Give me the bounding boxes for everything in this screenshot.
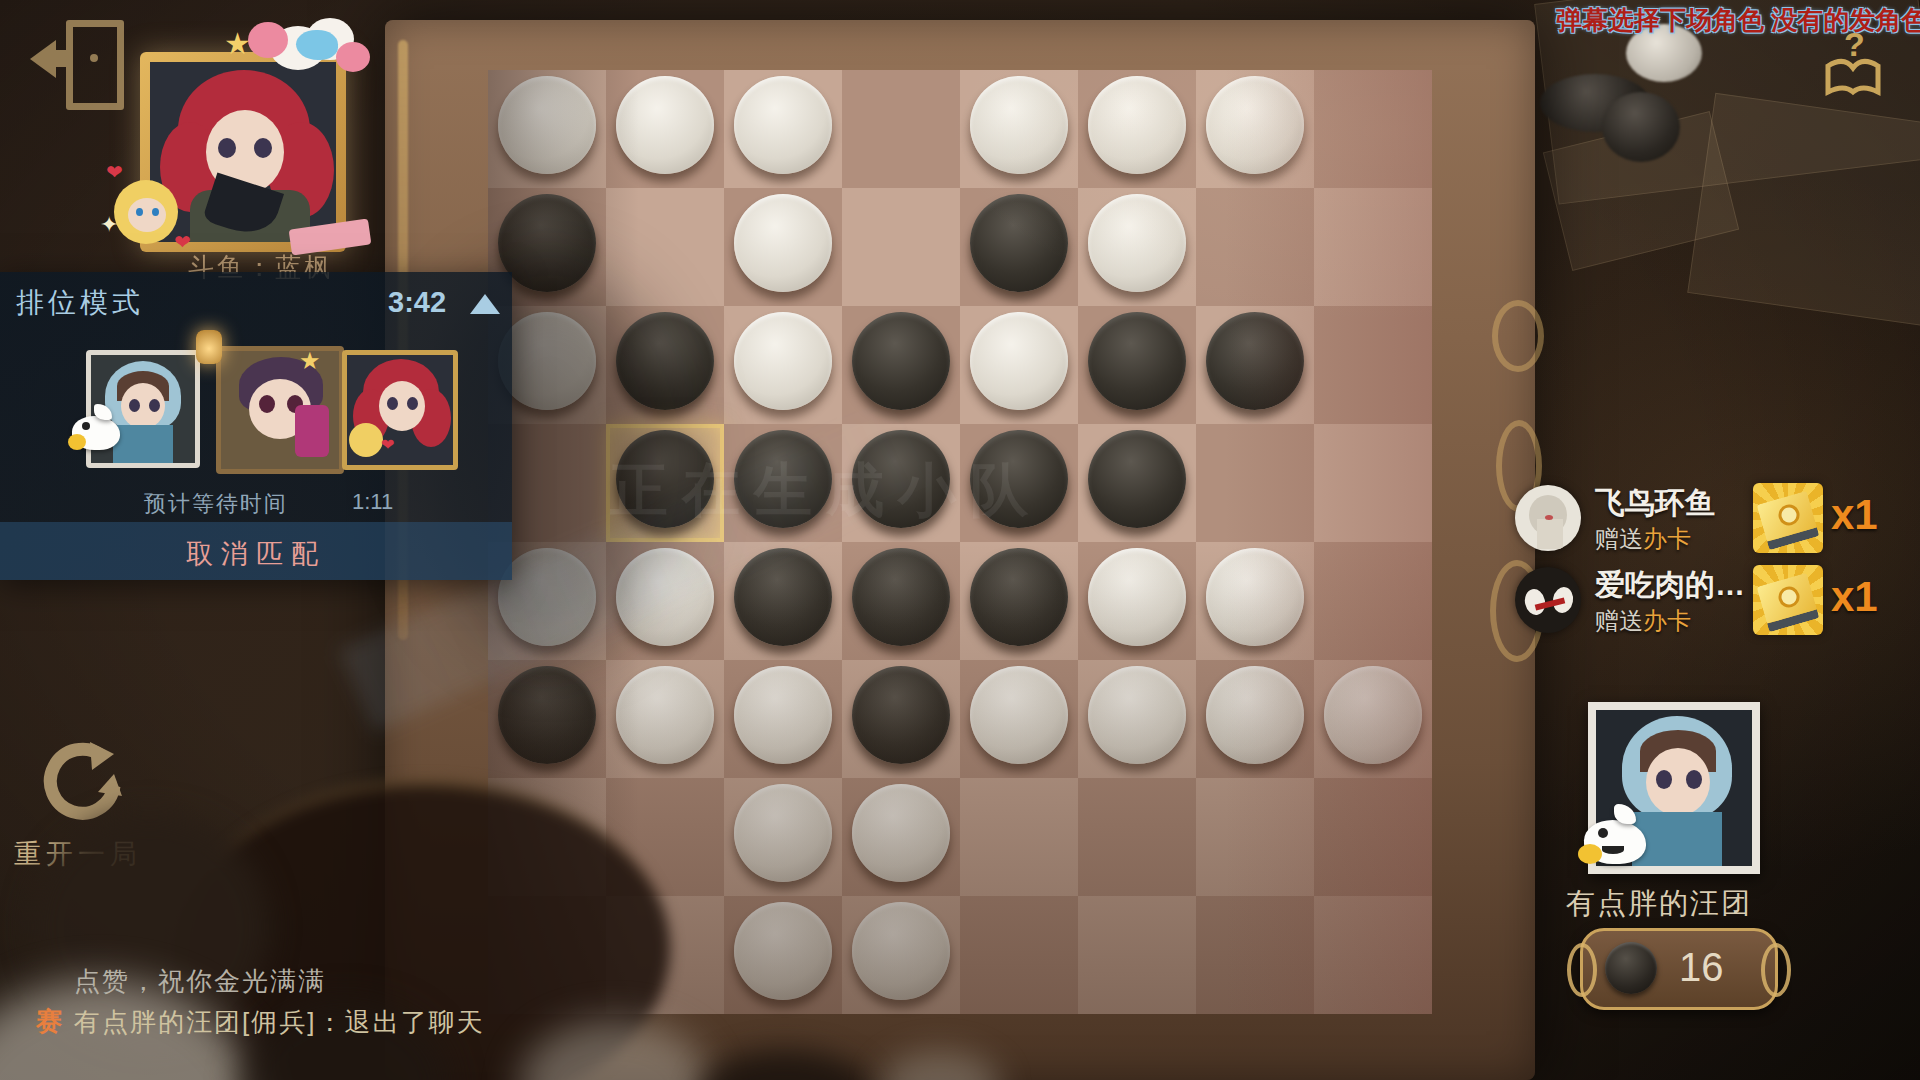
board-cell-e8[interactable] [960, 896, 1078, 1014]
white-stone [1324, 666, 1422, 764]
board-cell-e2[interactable] [960, 188, 1078, 306]
rules-book-icon[interactable]: ? [1822, 26, 1884, 106]
gift-count: x1 [1831, 573, 1878, 621]
white-stone [1206, 666, 1304, 764]
collapse-panel-arrow-icon[interactable] [470, 294, 500, 314]
board-cell-d8[interactable] [842, 896, 960, 1014]
white-stone [1088, 548, 1186, 646]
avatar-decoration-star: ★ [224, 26, 251, 61]
black-stone [852, 666, 950, 764]
desk-black-stone [1602, 92, 1680, 162]
gift-count: x1 [1831, 491, 1878, 539]
white-stone [616, 76, 714, 174]
stream-watermark: 正在生成小队 [610, 452, 1042, 530]
board-cell-e1[interactable] [960, 70, 1078, 188]
white-stone [970, 666, 1068, 764]
black-stone [1088, 312, 1186, 410]
gifter-name: 爱吃肉的… [1595, 565, 1745, 606]
board-cell-g3[interactable] [1196, 306, 1314, 424]
white-stone [1088, 76, 1186, 174]
plaque-ornament [1761, 943, 1791, 997]
gift-action: 赠送办卡 [1595, 523, 1691, 555]
avatar-decoration-flower [248, 22, 288, 58]
board-cell-d6[interactable] [842, 660, 960, 778]
chat-rank-badge: 赛 [36, 1004, 62, 1039]
board-cell-f7[interactable] [1078, 778, 1196, 896]
white-stone [498, 76, 596, 174]
board-cell-c1[interactable] [724, 70, 842, 188]
plaque-ornament [1567, 943, 1597, 997]
gift-card-icon [1753, 483, 1823, 553]
black-stone [498, 666, 596, 764]
black-stone-icon [1605, 942, 1657, 994]
white-stone [734, 784, 832, 882]
white-stone [734, 902, 832, 1000]
gift-notification-row: 爱吃肉的… 赠送办卡 x1 [1515, 565, 1915, 635]
board-cell-c6[interactable] [724, 660, 842, 778]
lantern-decoration [196, 330, 222, 364]
board-cell-h2[interactable] [1314, 188, 1432, 306]
black-stone [852, 548, 950, 646]
board-cell-a6[interactable] [488, 660, 606, 778]
board-cell-c2[interactable] [724, 188, 842, 306]
chat-message: 有点胖的汪团[佣兵]：退出了聊天 [74, 1004, 504, 1041]
board-cell-b1[interactable] [606, 70, 724, 188]
queue-avatar-3: ❤ [342, 350, 458, 470]
douyu-shark-sticker [1574, 806, 1654, 882]
player-avatar-frame[interactable]: ★ ❤ ❤ ✦ [140, 52, 346, 252]
board-cell-f3[interactable] [1078, 306, 1196, 424]
board-cell-d2[interactable] [842, 188, 960, 306]
board-cell-f4[interactable] [1078, 424, 1196, 542]
white-stone [970, 76, 1068, 174]
gift-notification-row: 飞鸟环鱼 赠送办卡 x1 [1515, 483, 1915, 553]
white-stone [852, 784, 950, 882]
gift-action: 赠送办卡 [1595, 605, 1691, 637]
match-timer: 3:42 [388, 286, 446, 319]
board-cell-c8[interactable] [724, 896, 842, 1014]
svg-text:?: ? [1844, 26, 1865, 63]
white-stone [734, 312, 832, 410]
stone-counter-plaque: 16 [1580, 928, 1778, 1010]
board-cell-c3[interactable] [724, 306, 842, 424]
gifter-avatar [1515, 567, 1581, 633]
board-cell-h1[interactable] [1314, 70, 1432, 188]
white-stone [734, 666, 832, 764]
black-stone [970, 548, 1068, 646]
board-cell-b2[interactable] [606, 188, 724, 306]
queue-avatar-2: ★ [216, 346, 344, 474]
board-cell-g7[interactable] [1196, 778, 1314, 896]
wait-time-value: 1:11 [352, 489, 393, 515]
board-cell-f2[interactable] [1078, 188, 1196, 306]
gift-card-icon [1753, 565, 1823, 635]
back-exit-button[interactable] [30, 20, 116, 100]
back-arrow-icon [54, 50, 70, 67]
douyu-shark-sticker [64, 406, 124, 462]
board-cell-b6[interactable] [606, 660, 724, 778]
white-stone [1206, 76, 1304, 174]
board-cell-f6[interactable] [1078, 660, 1196, 778]
board-cell-h8[interactable] [1314, 896, 1432, 1014]
white-stone [734, 194, 832, 292]
white-stone [1206, 548, 1304, 646]
back-arrow-icon [30, 40, 56, 78]
board-cell-d1[interactable] [842, 70, 960, 188]
chat-message: 点赞，祝你金光满满 [74, 964, 326, 999]
board-cell-g5[interactable] [1196, 542, 1314, 660]
board-cell-g4[interactable] [1196, 424, 1314, 542]
board-cell-e3[interactable] [960, 306, 1078, 424]
black-stone-count: 16 [1679, 945, 1724, 990]
cancel-match-label: 取消匹配 [0, 536, 512, 572]
wait-time-label: 预计等待时间 [144, 489, 288, 519]
board-cell-h5[interactable] [1314, 542, 1432, 660]
exit-door-icon [66, 20, 124, 110]
black-stone [852, 312, 950, 410]
black-stone [970, 194, 1068, 292]
gifter-avatar [1515, 485, 1581, 551]
ranked-match-panel: 排位模式 3:42 ★ ❤ [0, 272, 512, 580]
board-cell-g8[interactable] [1196, 896, 1314, 1014]
exit-door-knob [90, 54, 98, 62]
board-cell-f5[interactable] [1078, 542, 1196, 660]
black-stone [1206, 312, 1304, 410]
white-stone [970, 312, 1068, 410]
ranked-mode-title: 排位模式 [16, 284, 144, 322]
board-cell-g2[interactable] [1196, 188, 1314, 306]
board-cell-a1[interactable] [488, 70, 606, 188]
board-cell-h3[interactable] [1314, 306, 1432, 424]
black-stone [1088, 430, 1186, 528]
board-cell-f1[interactable] [1078, 70, 1196, 188]
board-cell-d5[interactable] [842, 542, 960, 660]
white-stone [1088, 666, 1186, 764]
frame-carving [1492, 300, 1544, 372]
white-stone [852, 902, 950, 1000]
gifter-name: 飞鸟环鱼 [1595, 483, 1715, 524]
board-cell-h7[interactable] [1314, 778, 1432, 896]
board-cell-h4[interactable] [1314, 424, 1432, 542]
board-cell-g1[interactable] [1196, 70, 1314, 188]
opponent-name: 有点胖的汪团 [1566, 884, 1786, 924]
white-stone [1088, 194, 1186, 292]
board-cell-h6[interactable] [1314, 660, 1432, 778]
game-screen: 正在生成小队 ★ ❤ ❤ ✦ 斗鱼：蓝枫 [0, 0, 1920, 1080]
avatar-decoration-bird [296, 30, 338, 60]
white-stone [734, 76, 832, 174]
restart-game-button[interactable] [38, 740, 122, 830]
board-cell-e5[interactable] [960, 542, 1078, 660]
cancel-match-button[interactable]: 取消匹配 [0, 522, 512, 580]
board-cell-f8[interactable] [1078, 896, 1196, 1014]
board-cell-c7[interactable] [724, 778, 842, 896]
board-cell-g6[interactable] [1196, 660, 1314, 778]
board-cell-d7[interactable] [842, 778, 960, 896]
white-stone [616, 666, 714, 764]
board-cell-e7[interactable] [960, 778, 1078, 896]
player-avatar-portrait [150, 62, 336, 242]
board-cell-e6[interactable] [960, 660, 1078, 778]
